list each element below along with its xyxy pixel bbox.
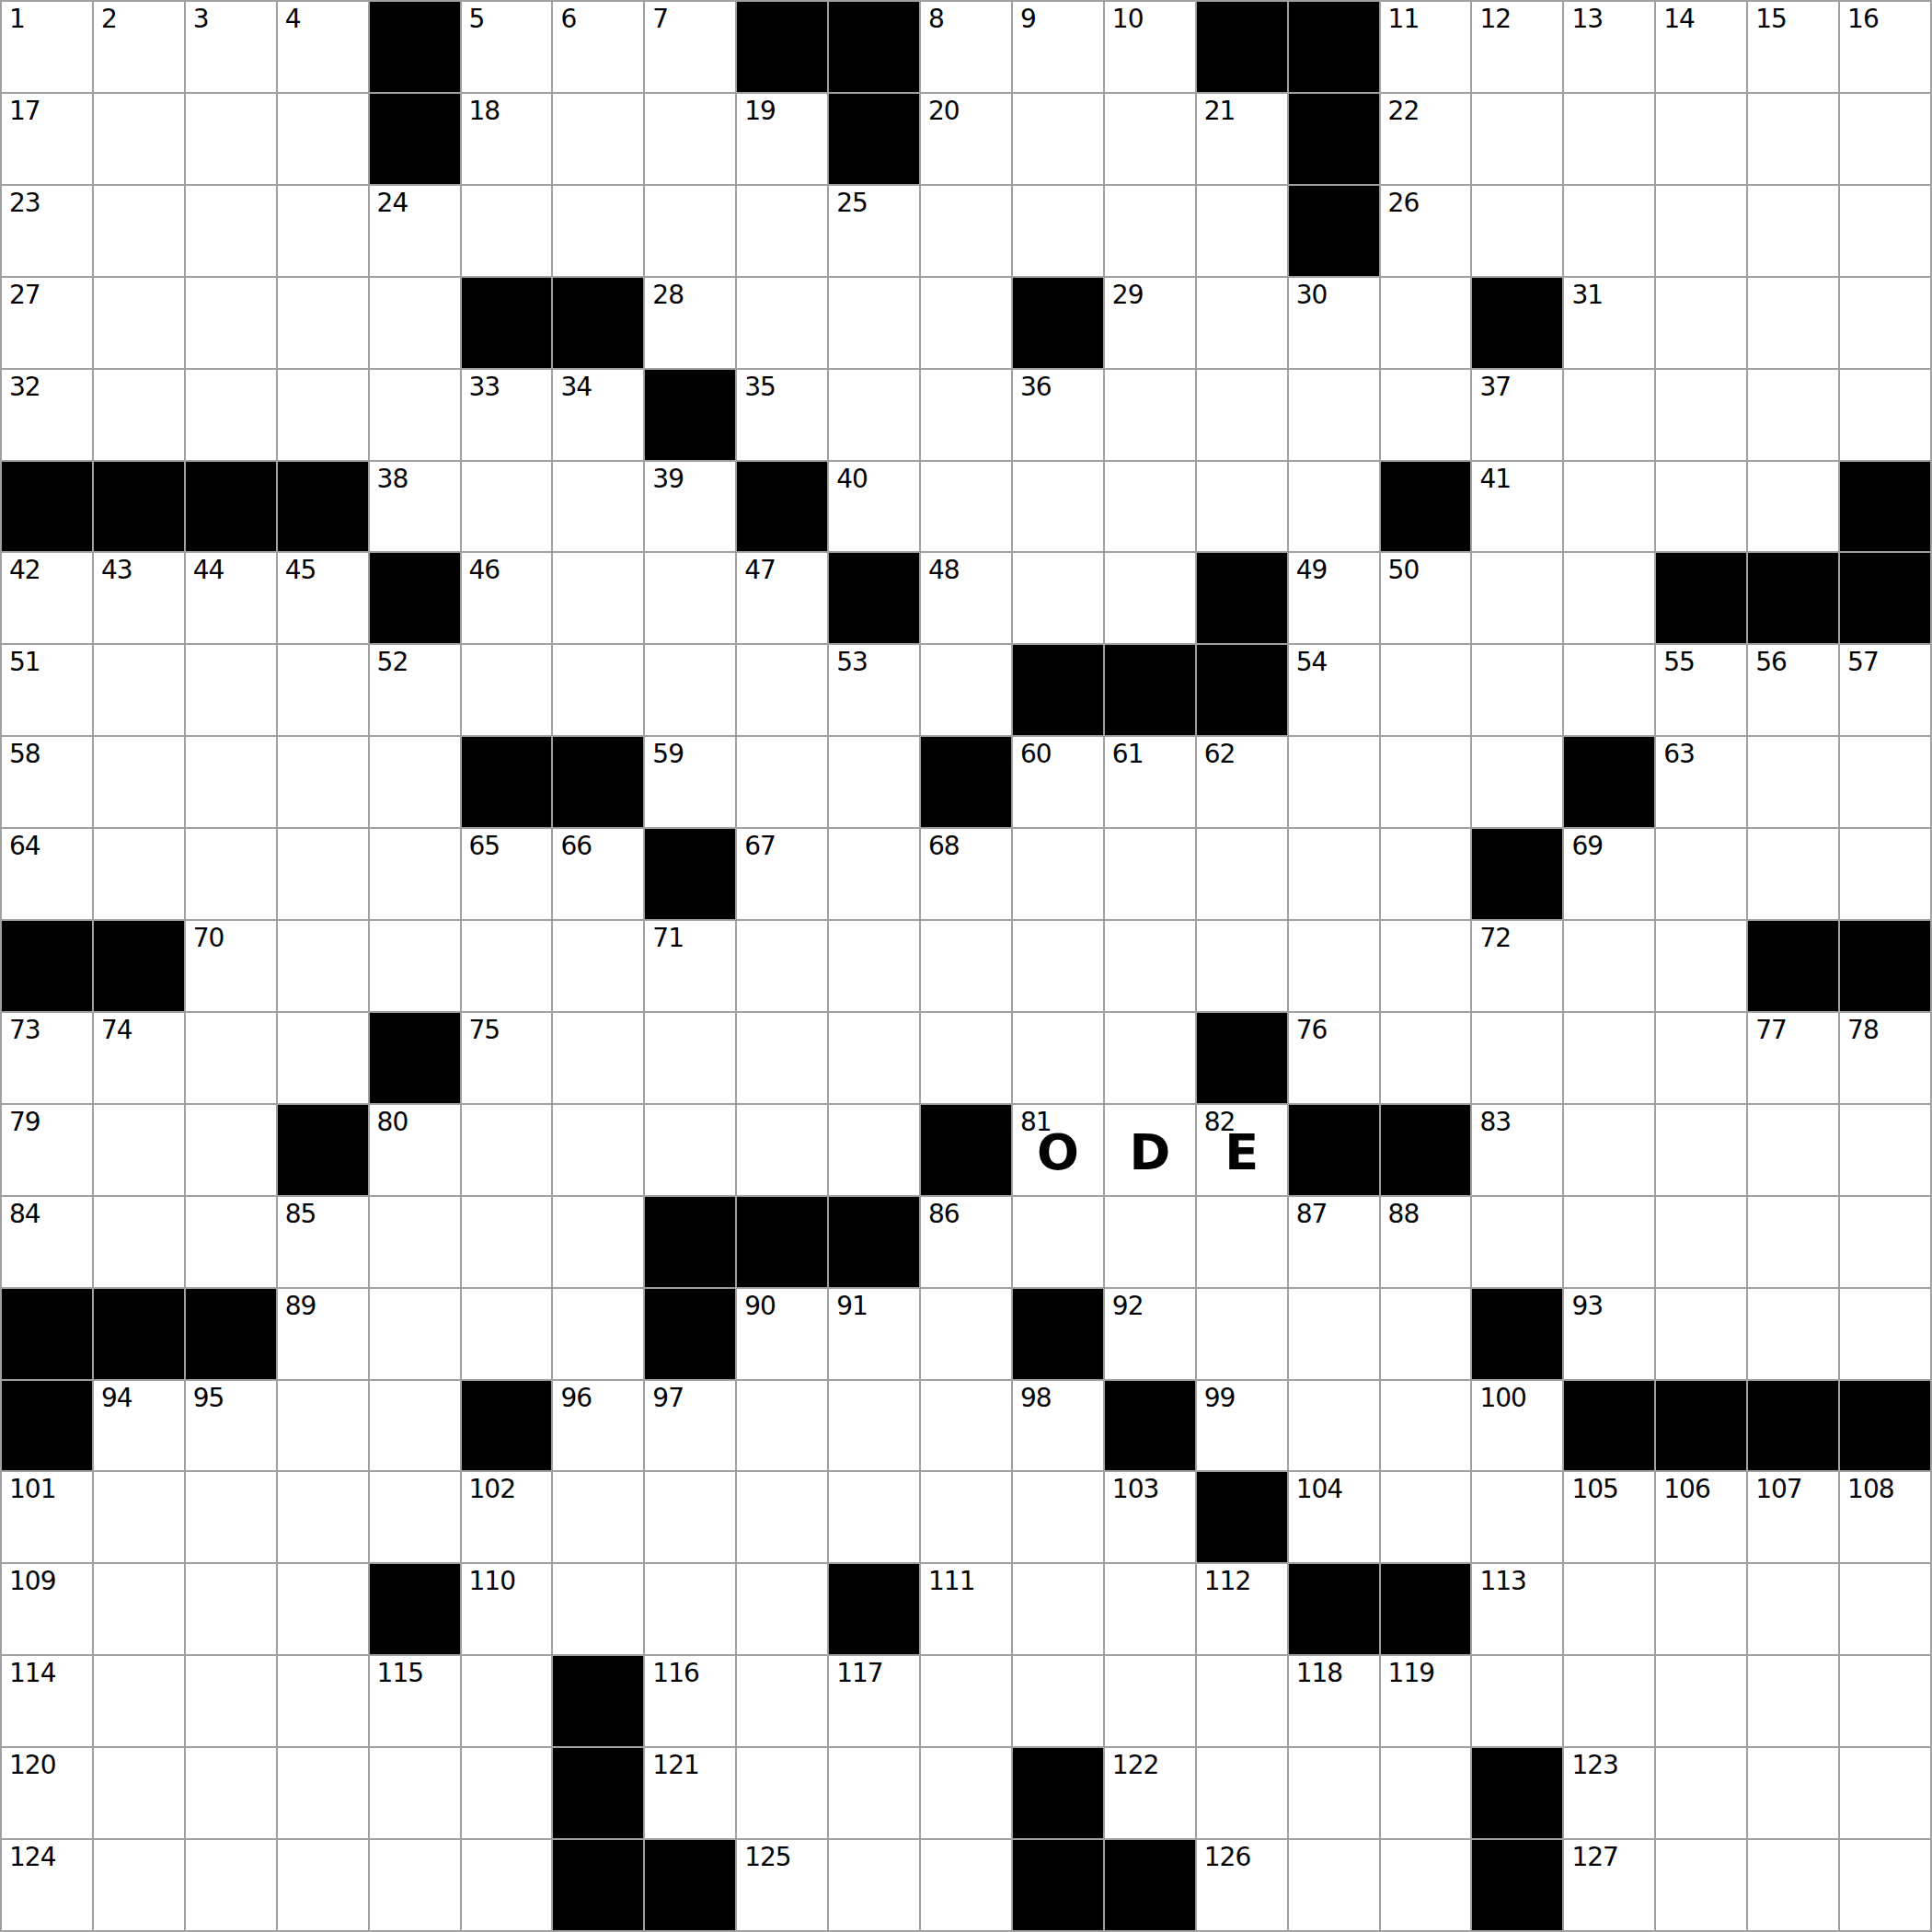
cell-r11-c13[interactable]	[1105, 921, 1195, 1011]
cell-r18-c19[interactable]	[1656, 1564, 1746, 1654]
cell-r12-c21[interactable]: 78	[1840, 1013, 1930, 1103]
cell-r8-c6[interactable]	[462, 645, 552, 735]
cell-r14-c12[interactable]	[1013, 1197, 1103, 1287]
cell-r5-c16[interactable]	[1381, 370, 1471, 460]
cell-r19-c15[interactable]: 118	[1289, 1656, 1379, 1746]
cell-r1-c7[interactable]: 6	[553, 2, 643, 92]
cell-r21-c16[interactable]	[1381, 1840, 1471, 1930]
cell-r18-c6[interactable]: 110	[462, 1564, 552, 1654]
cell-r13-c20[interactable]	[1748, 1105, 1838, 1195]
cell-r19-c11[interactable]	[921, 1656, 1011, 1746]
cell-r19-c6[interactable]	[462, 1656, 552, 1746]
cell-r18-c21[interactable]	[1840, 1564, 1930, 1654]
cell-r21-c14[interactable]: 126	[1197, 1840, 1287, 1930]
cell-r5-c14[interactable]	[1197, 370, 1287, 460]
cell-r14-c13[interactable]	[1105, 1197, 1195, 1287]
cell-r3-c10[interactable]: 25	[829, 186, 919, 276]
cell-r20-c13[interactable]: 122	[1105, 1748, 1195, 1838]
cell-r15-c11[interactable]	[921, 1289, 1011, 1379]
cell-r8-c9[interactable]	[737, 645, 827, 735]
cell-r11-c9[interactable]	[737, 921, 827, 1011]
cell-r4-c5[interactable]	[370, 278, 460, 368]
cell-r18-c12[interactable]	[1013, 1564, 1103, 1654]
cell-r2-c2[interactable]	[94, 94, 184, 184]
cell-r17-c10[interactable]	[829, 1472, 919, 1562]
cell-r1-c17[interactable]: 12	[1472, 2, 1562, 92]
cell-r5-c17[interactable]: 37	[1472, 370, 1562, 460]
cell-r8-c11[interactable]	[921, 645, 1011, 735]
cell-r20-c11[interactable]	[921, 1748, 1011, 1838]
cell-r17-c5[interactable]	[370, 1472, 460, 1562]
cell-r8-c19[interactable]: 55	[1656, 645, 1746, 735]
cell-r2-c14[interactable]: 21	[1197, 94, 1287, 184]
cell-r20-c2[interactable]	[94, 1748, 184, 1838]
cell-r10-c13[interactable]	[1105, 829, 1195, 919]
cell-r7-c15[interactable]: 49	[1289, 553, 1379, 643]
cell-r7-c6[interactable]: 46	[462, 553, 552, 643]
cell-r10-c4[interactable]	[278, 829, 368, 919]
cell-r2-c18[interactable]	[1564, 94, 1654, 184]
cell-r12-c17[interactable]	[1472, 1013, 1562, 1103]
cell-r4-c9[interactable]	[737, 278, 827, 368]
cell-r16-c11[interactable]	[921, 1381, 1011, 1471]
cell-r10-c1[interactable]: 64	[2, 829, 92, 919]
cell-r14-c17[interactable]	[1472, 1197, 1562, 1287]
cell-r2-c19[interactable]	[1656, 94, 1746, 184]
cell-r8-c2[interactable]	[94, 645, 184, 735]
cell-r17-c6[interactable]: 102	[462, 1472, 552, 1562]
cell-r20-c16[interactable]	[1381, 1748, 1471, 1838]
cell-r3-c17[interactable]	[1472, 186, 1562, 276]
cell-r19-c19[interactable]	[1656, 1656, 1746, 1746]
cell-r12-c19[interactable]	[1656, 1013, 1746, 1103]
cell-r3-c18[interactable]	[1564, 186, 1654, 276]
cell-r11-c15[interactable]	[1289, 921, 1379, 1011]
cell-r17-c2[interactable]	[94, 1472, 184, 1562]
cell-r8-c20[interactable]: 56	[1748, 645, 1838, 735]
cell-r12-c4[interactable]	[278, 1013, 368, 1103]
cell-r18-c4[interactable]	[278, 1564, 368, 1654]
cell-r9-c14[interactable]: 62	[1197, 737, 1287, 827]
cell-r14-c3[interactable]	[186, 1197, 276, 1287]
cell-r14-c1[interactable]: 84	[2, 1197, 92, 1287]
cell-r11-c10[interactable]	[829, 921, 919, 1011]
cell-r11-c18[interactable]	[1564, 921, 1654, 1011]
cell-r12-c16[interactable]	[1381, 1013, 1471, 1103]
cell-r9-c10[interactable]	[829, 737, 919, 827]
cell-r9-c13[interactable]: 61	[1105, 737, 1195, 827]
cell-r3-c4[interactable]	[278, 186, 368, 276]
cell-r9-c21[interactable]	[1840, 737, 1930, 827]
cell-r16-c17[interactable]: 100	[1472, 1381, 1562, 1471]
cell-r16-c15[interactable]	[1289, 1381, 1379, 1471]
cell-r5-c21[interactable]	[1840, 370, 1930, 460]
cell-r5-c1[interactable]: 32	[2, 370, 92, 460]
cell-r18-c14[interactable]: 112	[1197, 1564, 1287, 1654]
cell-r1-c4[interactable]: 4	[278, 2, 368, 92]
cell-r5-c20[interactable]	[1748, 370, 1838, 460]
cell-r19-c9[interactable]	[737, 1656, 827, 1746]
cell-r2-c17[interactable]	[1472, 94, 1562, 184]
cell-r21-c11[interactable]	[921, 1840, 1011, 1930]
cell-r16-c7[interactable]: 96	[553, 1381, 643, 1471]
cell-r18-c2[interactable]	[94, 1564, 184, 1654]
cell-r9-c2[interactable]	[94, 737, 184, 827]
cell-r11-c17[interactable]: 72	[1472, 921, 1562, 1011]
cell-r13-c2[interactable]	[94, 1105, 184, 1195]
cell-r19-c16[interactable]: 119	[1381, 1656, 1471, 1746]
cell-r5-c11[interactable]	[921, 370, 1011, 460]
cell-r4-c8[interactable]: 28	[645, 278, 735, 368]
cell-r5-c13[interactable]	[1105, 370, 1195, 460]
cell-r19-c4[interactable]	[278, 1656, 368, 1746]
cell-r5-c3[interactable]	[186, 370, 276, 460]
cell-r5-c5[interactable]	[370, 370, 460, 460]
cell-r20-c6[interactable]	[462, 1748, 552, 1838]
cell-r21-c5[interactable]	[370, 1840, 460, 1930]
cell-r19-c17[interactable]	[1472, 1656, 1562, 1746]
cell-r18-c7[interactable]	[553, 1564, 643, 1654]
cell-r14-c6[interactable]	[462, 1197, 552, 1287]
cell-r17-c7[interactable]	[553, 1472, 643, 1562]
cell-r11-c14[interactable]	[1197, 921, 1287, 1011]
cell-r8-c1[interactable]: 51	[2, 645, 92, 735]
cell-r20-c3[interactable]	[186, 1748, 276, 1838]
cell-r19-c13[interactable]	[1105, 1656, 1195, 1746]
cell-r9-c20[interactable]	[1748, 737, 1838, 827]
cell-r10-c10[interactable]	[829, 829, 919, 919]
cell-r14-c4[interactable]: 85	[278, 1197, 368, 1287]
cell-r19-c18[interactable]	[1564, 1656, 1654, 1746]
cell-r19-c1[interactable]: 114	[2, 1656, 92, 1746]
cell-r13-c9[interactable]	[737, 1105, 827, 1195]
cell-r4-c14[interactable]	[1197, 278, 1287, 368]
cell-r13-c5[interactable]: 80	[370, 1105, 460, 1195]
cell-r20-c1[interactable]: 120	[2, 1748, 92, 1838]
cell-r19-c3[interactable]	[186, 1656, 276, 1746]
cell-r13-c6[interactable]	[462, 1105, 552, 1195]
cell-r6-c7[interactable]	[553, 462, 643, 552]
cell-r5-c10[interactable]	[829, 370, 919, 460]
cell-r20-c14[interactable]	[1197, 1748, 1287, 1838]
cell-r12-c11[interactable]	[921, 1013, 1011, 1103]
cell-r21-c10[interactable]	[829, 1840, 919, 1930]
cell-r18-c3[interactable]	[186, 1564, 276, 1654]
cell-r14-c2[interactable]	[94, 1197, 184, 1287]
cell-r16-c14[interactable]: 99	[1197, 1381, 1287, 1471]
cell-r7-c4[interactable]: 45	[278, 553, 368, 643]
cell-r10-c15[interactable]	[1289, 829, 1379, 919]
cell-r11-c12[interactable]	[1013, 921, 1103, 1011]
cell-r10-c6[interactable]: 65	[462, 829, 552, 919]
cell-r9-c16[interactable]	[1381, 737, 1471, 827]
cell-r9-c4[interactable]	[278, 737, 368, 827]
cell-r21-c19[interactable]	[1656, 1840, 1746, 1930]
cell-r4-c13[interactable]: 29	[1105, 278, 1195, 368]
cell-r16-c4[interactable]	[278, 1381, 368, 1471]
cell-r6-c11[interactable]	[921, 462, 1011, 552]
cell-r5-c18[interactable]	[1564, 370, 1654, 460]
cell-r17-c13[interactable]: 103	[1105, 1472, 1195, 1562]
cell-r17-c4[interactable]	[278, 1472, 368, 1562]
cell-r3-c16[interactable]: 26	[1381, 186, 1471, 276]
cell-r15-c14[interactable]	[1197, 1289, 1287, 1379]
cell-r1-c19[interactable]: 14	[1656, 2, 1746, 92]
cell-r15-c5[interactable]	[370, 1289, 460, 1379]
cell-r6-c13[interactable]	[1105, 462, 1195, 552]
cell-r17-c19[interactable]: 106	[1656, 1472, 1746, 1562]
cell-r17-c9[interactable]	[737, 1472, 827, 1562]
cell-r12-c3[interactable]	[186, 1013, 276, 1103]
cell-r1-c12[interactable]: 9	[1013, 2, 1103, 92]
cell-r9-c12[interactable]: 60	[1013, 737, 1103, 827]
cell-r3-c20[interactable]	[1748, 186, 1838, 276]
cell-r14-c16[interactable]: 88	[1381, 1197, 1471, 1287]
cell-r18-c8[interactable]	[645, 1564, 735, 1654]
cell-r21-c3[interactable]	[186, 1840, 276, 1930]
cell-r2-c13[interactable]	[1105, 94, 1195, 184]
cell-r6-c10[interactable]: 40	[829, 462, 919, 552]
cell-r17-c11[interactable]	[921, 1472, 1011, 1562]
cell-r13-c10[interactable]	[829, 1105, 919, 1195]
cell-r21-c2[interactable]	[94, 1840, 184, 1930]
cell-r17-c12[interactable]	[1013, 1472, 1103, 1562]
cell-r11-c11[interactable]	[921, 921, 1011, 1011]
cell-r1-c13[interactable]: 10	[1105, 2, 1195, 92]
cell-r15-c13[interactable]: 92	[1105, 1289, 1195, 1379]
cell-r9-c17[interactable]	[1472, 737, 1562, 827]
cell-r6-c5[interactable]: 38	[370, 462, 460, 552]
cell-r10-c5[interactable]	[370, 829, 460, 919]
cell-r5-c15[interactable]	[1289, 370, 1379, 460]
cell-r20-c18[interactable]: 123	[1564, 1748, 1654, 1838]
cell-r15-c16[interactable]	[1381, 1289, 1471, 1379]
cell-r10-c7[interactable]: 66	[553, 829, 643, 919]
cell-r2-c3[interactable]	[186, 94, 276, 184]
cell-r19-c20[interactable]	[1748, 1656, 1838, 1746]
cell-r9-c19[interactable]: 63	[1656, 737, 1746, 827]
cell-r12-c9[interactable]	[737, 1013, 827, 1103]
cell-r3-c14[interactable]	[1197, 186, 1287, 276]
cell-r15-c21[interactable]	[1840, 1289, 1930, 1379]
cell-r3-c6[interactable]	[462, 186, 552, 276]
cell-r6-c19[interactable]	[1656, 462, 1746, 552]
cell-r16-c9[interactable]	[737, 1381, 827, 1471]
cell-r1-c1[interactable]: 1	[2, 2, 92, 92]
cell-r8-c7[interactable]	[553, 645, 643, 735]
cell-r21-c20[interactable]	[1748, 1840, 1838, 1930]
cell-r5-c2[interactable]	[94, 370, 184, 460]
cell-r15-c9[interactable]: 90	[737, 1289, 827, 1379]
cell-r5-c19[interactable]	[1656, 370, 1746, 460]
cell-r17-c21[interactable]: 108	[1840, 1472, 1930, 1562]
cell-r13-c12[interactable]: 81O	[1013, 1105, 1103, 1195]
cell-r15-c10[interactable]: 91	[829, 1289, 919, 1379]
cell-r1-c3[interactable]: 3	[186, 2, 276, 92]
cell-r2-c11[interactable]: 20	[921, 94, 1011, 184]
cell-r12-c8[interactable]	[645, 1013, 735, 1103]
cell-r5-c7[interactable]: 34	[553, 370, 643, 460]
cell-r16-c10[interactable]	[829, 1381, 919, 1471]
cell-r21-c1[interactable]: 124	[2, 1840, 92, 1930]
cell-r20-c20[interactable]	[1748, 1748, 1838, 1838]
cell-r20-c15[interactable]	[1289, 1748, 1379, 1838]
cell-r8-c18[interactable]	[1564, 645, 1654, 735]
cell-r8-c15[interactable]: 54	[1289, 645, 1379, 735]
cell-r6-c15[interactable]	[1289, 462, 1379, 552]
cell-r6-c12[interactable]	[1013, 462, 1103, 552]
cell-r12-c13[interactable]	[1105, 1013, 1195, 1103]
cell-r16-c3[interactable]: 95	[186, 1381, 276, 1471]
cell-r16-c5[interactable]	[370, 1381, 460, 1471]
cell-r2-c20[interactable]	[1748, 94, 1838, 184]
cell-r1-c21[interactable]: 16	[1840, 2, 1930, 92]
cell-r12-c18[interactable]	[1564, 1013, 1654, 1103]
cell-r16-c2[interactable]: 94	[94, 1381, 184, 1471]
cell-r19-c12[interactable]	[1013, 1656, 1103, 1746]
cell-r21-c6[interactable]	[462, 1840, 552, 1930]
cell-r19-c5[interactable]: 115	[370, 1656, 460, 1746]
cell-r6-c14[interactable]	[1197, 462, 1287, 552]
cell-r8-c21[interactable]: 57	[1840, 645, 1930, 735]
cell-r14-c21[interactable]	[1840, 1197, 1930, 1287]
cell-r6-c18[interactable]	[1564, 462, 1654, 552]
cell-r16-c12[interactable]: 98	[1013, 1381, 1103, 1471]
cell-r21-c18[interactable]: 127	[1564, 1840, 1654, 1930]
cell-r11-c3[interactable]: 70	[186, 921, 276, 1011]
cell-r11-c19[interactable]	[1656, 921, 1746, 1011]
cell-r8-c5[interactable]: 52	[370, 645, 460, 735]
cell-r3-c12[interactable]	[1013, 186, 1103, 276]
cell-r2-c16[interactable]: 22	[1381, 94, 1471, 184]
cell-r3-c3[interactable]	[186, 186, 276, 276]
cell-r4-c15[interactable]: 30	[1289, 278, 1379, 368]
cell-r4-c18[interactable]: 31	[1564, 278, 1654, 368]
cell-r7-c1[interactable]: 42	[2, 553, 92, 643]
cell-r11-c4[interactable]	[278, 921, 368, 1011]
cell-r13-c14[interactable]: 82E	[1197, 1105, 1287, 1195]
cell-r18-c18[interactable]	[1564, 1564, 1654, 1654]
cell-r2-c7[interactable]	[553, 94, 643, 184]
cell-r8-c10[interactable]: 53	[829, 645, 919, 735]
cell-r14-c14[interactable]	[1197, 1197, 1287, 1287]
cell-r15-c15[interactable]	[1289, 1289, 1379, 1379]
cell-r15-c20[interactable]	[1748, 1289, 1838, 1379]
cell-r2-c4[interactable]	[278, 94, 368, 184]
cell-r7-c12[interactable]	[1013, 553, 1103, 643]
cell-r10-c21[interactable]	[1840, 829, 1930, 919]
cell-r20-c19[interactable]	[1656, 1748, 1746, 1838]
cell-r10-c18[interactable]: 69	[1564, 829, 1654, 919]
cell-r1-c20[interactable]: 15	[1748, 2, 1838, 92]
cell-r19-c10[interactable]: 117	[829, 1656, 919, 1746]
cell-r14-c20[interactable]	[1748, 1197, 1838, 1287]
cell-r19-c21[interactable]	[1840, 1656, 1930, 1746]
cell-r19-c14[interactable]	[1197, 1656, 1287, 1746]
cell-r13-c7[interactable]	[553, 1105, 643, 1195]
cell-r10-c12[interactable]	[1013, 829, 1103, 919]
cell-r18-c20[interactable]	[1748, 1564, 1838, 1654]
cell-r9-c9[interactable]	[737, 737, 827, 827]
cell-r11-c8[interactable]: 71	[645, 921, 735, 1011]
cell-r8-c17[interactable]	[1472, 645, 1562, 735]
cell-r11-c5[interactable]	[370, 921, 460, 1011]
cell-r14-c11[interactable]: 86	[921, 1197, 1011, 1287]
cell-r5-c12[interactable]: 36	[1013, 370, 1103, 460]
cell-r3-c1[interactable]: 23	[2, 186, 92, 276]
cell-r6-c6[interactable]	[462, 462, 552, 552]
cell-r17-c17[interactable]	[1472, 1472, 1562, 1562]
cell-r21-c15[interactable]	[1289, 1840, 1379, 1930]
cell-r1-c6[interactable]: 5	[462, 2, 552, 92]
cell-r10-c14[interactable]	[1197, 829, 1287, 919]
cell-r7-c9[interactable]: 47	[737, 553, 827, 643]
cell-r13-c13[interactable]: D	[1105, 1105, 1195, 1195]
cell-r8-c3[interactable]	[186, 645, 276, 735]
cell-r14-c7[interactable]	[553, 1197, 643, 1287]
cell-r21-c21[interactable]	[1840, 1840, 1930, 1930]
cell-r20-c4[interactable]	[278, 1748, 368, 1838]
cell-r9-c3[interactable]	[186, 737, 276, 827]
cell-r7-c17[interactable]	[1472, 553, 1562, 643]
cell-r1-c8[interactable]: 7	[645, 2, 735, 92]
cell-r12-c15[interactable]: 76	[1289, 1013, 1379, 1103]
cell-r15-c19[interactable]	[1656, 1289, 1746, 1379]
cell-r2-c12[interactable]	[1013, 94, 1103, 184]
cell-r6-c20[interactable]	[1748, 462, 1838, 552]
cell-r13-c17[interactable]: 83	[1472, 1105, 1562, 1195]
cell-r11-c6[interactable]	[462, 921, 552, 1011]
cell-r13-c21[interactable]	[1840, 1105, 1930, 1195]
cell-r14-c18[interactable]	[1564, 1197, 1654, 1287]
cell-r10-c3[interactable]	[186, 829, 276, 919]
cell-r4-c10[interactable]	[829, 278, 919, 368]
cell-r2-c6[interactable]: 18	[462, 94, 552, 184]
cell-r7-c8[interactable]	[645, 553, 735, 643]
cell-r20-c21[interactable]	[1840, 1748, 1930, 1838]
cell-r3-c5[interactable]: 24	[370, 186, 460, 276]
cell-r10-c16[interactable]	[1381, 829, 1471, 919]
cell-r8-c4[interactable]	[278, 645, 368, 735]
cell-r1-c11[interactable]: 8	[921, 2, 1011, 92]
cell-r17-c20[interactable]: 107	[1748, 1472, 1838, 1562]
cell-r9-c5[interactable]	[370, 737, 460, 827]
cell-r9-c15[interactable]	[1289, 737, 1379, 827]
cell-r18-c13[interactable]	[1105, 1564, 1195, 1654]
cell-r10-c11[interactable]: 68	[921, 829, 1011, 919]
cell-r18-c1[interactable]: 109	[2, 1564, 92, 1654]
cell-r17-c3[interactable]	[186, 1472, 276, 1562]
cell-r4-c16[interactable]	[1381, 278, 1471, 368]
cell-r11-c16[interactable]	[1381, 921, 1471, 1011]
cell-r12-c2[interactable]: 74	[94, 1013, 184, 1103]
cell-r16-c8[interactable]: 97	[645, 1381, 735, 1471]
cell-r14-c19[interactable]	[1656, 1197, 1746, 1287]
cell-r7-c13[interactable]	[1105, 553, 1195, 643]
cell-r7-c7[interactable]	[553, 553, 643, 643]
cell-r18-c11[interactable]: 111	[921, 1564, 1011, 1654]
cell-r17-c15[interactable]: 104	[1289, 1472, 1379, 1562]
cell-r12-c6[interactable]: 75	[462, 1013, 552, 1103]
cell-r12-c7[interactable]	[553, 1013, 643, 1103]
cell-r6-c17[interactable]: 41	[1472, 462, 1562, 552]
cell-r7-c2[interactable]: 43	[94, 553, 184, 643]
cell-r5-c6[interactable]: 33	[462, 370, 552, 460]
cell-r4-c20[interactable]	[1748, 278, 1838, 368]
cell-r7-c11[interactable]: 48	[921, 553, 1011, 643]
cell-r3-c11[interactable]	[921, 186, 1011, 276]
cell-r3-c21[interactable]	[1840, 186, 1930, 276]
